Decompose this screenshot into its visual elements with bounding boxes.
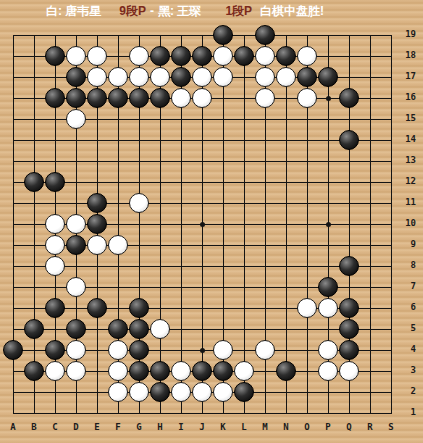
grid-line (244, 35, 245, 414)
white-stone (297, 46, 317, 66)
black-stone (129, 340, 149, 360)
white-stone (192, 67, 212, 87)
white-stone (66, 109, 86, 129)
white-stone (66, 361, 86, 381)
col-label: P (318, 422, 338, 434)
row-label: 9 (395, 239, 416, 251)
white-stone (297, 88, 317, 108)
row-label: 10 (395, 218, 416, 230)
black-stone (66, 67, 86, 87)
row-label: 1 (395, 407, 416, 419)
col-label: K (213, 422, 233, 434)
star-point (326, 222, 331, 227)
star-point (200, 348, 205, 353)
col-label: A (3, 422, 23, 434)
row-label: 14 (395, 134, 416, 146)
black-stone (297, 67, 317, 87)
white-stone (192, 382, 212, 402)
white-stone (192, 88, 212, 108)
black-player-rank: 1段P (225, 3, 252, 20)
white-stone (255, 46, 275, 66)
white-player-rank: 9段P (119, 3, 146, 20)
black-stone (171, 67, 191, 87)
white-stone (108, 382, 128, 402)
white-stone (108, 67, 128, 87)
black-stone (24, 172, 44, 192)
game-info-bar: 白: 唐韦星 9段P - 黑: 王琛 1段P 白棋中盘胜! (0, 0, 423, 22)
black-stone (318, 277, 338, 297)
black-stone (150, 361, 170, 381)
white-stone (66, 340, 86, 360)
row-label: 6 (395, 302, 416, 314)
white-stone (87, 67, 107, 87)
white-stone (108, 361, 128, 381)
black-stone (339, 130, 359, 150)
col-label: R (360, 422, 380, 434)
black-stone (234, 382, 254, 402)
white-stone (171, 361, 191, 381)
goban[interactable]: A19B18C17D16E15F14G13H12I11J10K9L8M7N6O5… (0, 22, 423, 443)
black-stone (339, 298, 359, 318)
star-point (200, 222, 205, 227)
black-stone (129, 298, 149, 318)
black-stone (24, 319, 44, 339)
grid-line (13, 266, 392, 267)
white-stone (66, 214, 86, 234)
white-stone (318, 361, 338, 381)
black-stone (234, 46, 254, 66)
row-label: 12 (395, 176, 416, 188)
white-stone (213, 382, 233, 402)
col-label: L (234, 422, 254, 434)
black-stone (129, 361, 149, 381)
white-stone (318, 340, 338, 360)
white-stone (255, 67, 275, 87)
col-label: S (381, 422, 401, 434)
white-stone (318, 298, 338, 318)
black-stone (45, 298, 65, 318)
white-player-label: 白: 唐韦星 (46, 3, 101, 20)
col-label: J (192, 422, 212, 434)
col-label: I (171, 422, 191, 434)
row-label: 3 (395, 365, 416, 377)
black-stone (87, 193, 107, 213)
black-stone (45, 172, 65, 192)
white-stone (129, 67, 149, 87)
white-stone (297, 298, 317, 318)
white-stone (255, 340, 275, 360)
black-stone (171, 46, 191, 66)
col-label: B (24, 422, 44, 434)
black-stone (276, 46, 296, 66)
black-stone (108, 319, 128, 339)
col-label: D (66, 422, 86, 434)
row-label: 16 (395, 92, 416, 104)
black-stone (150, 382, 170, 402)
star-point (326, 96, 331, 101)
col-label: G (129, 422, 149, 434)
col-label: E (87, 422, 107, 434)
black-stone (150, 88, 170, 108)
black-stone (192, 361, 212, 381)
white-stone (108, 340, 128, 360)
grid-line (13, 413, 392, 414)
white-stone (45, 256, 65, 276)
white-stone (129, 382, 149, 402)
col-label: N (276, 422, 296, 434)
black-stone (339, 88, 359, 108)
row-label: 4 (395, 344, 416, 356)
go-app-window: 白: 唐韦星 9段P - 黑: 王琛 1段P 白棋中盘胜! A19B18C17D… (0, 0, 423, 443)
black-stone (66, 235, 86, 255)
white-stone (45, 361, 65, 381)
black-stone (108, 88, 128, 108)
white-stone (150, 67, 170, 87)
col-label: H (150, 422, 170, 434)
col-label: M (255, 422, 275, 434)
col-label: O (297, 422, 317, 434)
col-label: Q (339, 422, 359, 434)
col-label: C (45, 422, 65, 434)
black-stone (66, 319, 86, 339)
black-stone (3, 340, 23, 360)
row-label: 8 (395, 260, 416, 272)
col-label: F (108, 422, 128, 434)
row-label: 18 (395, 50, 416, 62)
grid-line (370, 35, 371, 414)
row-label: 17 (395, 71, 416, 83)
white-stone (87, 46, 107, 66)
white-stone (150, 319, 170, 339)
row-label: 2 (395, 386, 416, 398)
black-stone (276, 361, 296, 381)
black-stone (192, 46, 212, 66)
black-stone (66, 88, 86, 108)
black-stone (87, 298, 107, 318)
row-label: 7 (395, 281, 416, 293)
row-label: 5 (395, 323, 416, 335)
white-stone (213, 46, 233, 66)
white-stone (45, 214, 65, 234)
black-stone (24, 361, 44, 381)
row-label: 15 (395, 113, 416, 125)
black-stone (45, 340, 65, 360)
black-stone (255, 25, 275, 45)
white-stone (339, 361, 359, 381)
white-stone (255, 88, 275, 108)
black-stone (213, 25, 233, 45)
white-stone (66, 46, 86, 66)
black-stone (150, 46, 170, 66)
white-stone (129, 193, 149, 213)
white-stone (234, 361, 254, 381)
black-stone (318, 67, 338, 87)
black-stone (339, 340, 359, 360)
row-label: 19 (395, 29, 416, 41)
black-stone (213, 361, 233, 381)
white-stone (45, 235, 65, 255)
players-separator: - (150, 4, 154, 18)
black-stone (45, 88, 65, 108)
white-stone (87, 235, 107, 255)
black-stone (87, 214, 107, 234)
white-stone (213, 340, 233, 360)
white-stone (108, 235, 128, 255)
game-result: 白棋中盘胜! (260, 3, 324, 20)
white-stone (66, 277, 86, 297)
black-stone (45, 46, 65, 66)
row-label: 13 (395, 155, 416, 167)
black-stone (129, 319, 149, 339)
white-stone (171, 382, 191, 402)
white-stone (129, 46, 149, 66)
black-stone (87, 88, 107, 108)
row-label: 11 (395, 197, 416, 209)
black-stone (129, 88, 149, 108)
white-stone (276, 67, 296, 87)
white-stone (171, 88, 191, 108)
grid-line (391, 35, 392, 414)
black-player-label: 黑: 王琛 (158, 3, 201, 20)
black-stone (339, 319, 359, 339)
grid-line (286, 35, 287, 414)
white-stone (213, 67, 233, 87)
black-stone (339, 256, 359, 276)
